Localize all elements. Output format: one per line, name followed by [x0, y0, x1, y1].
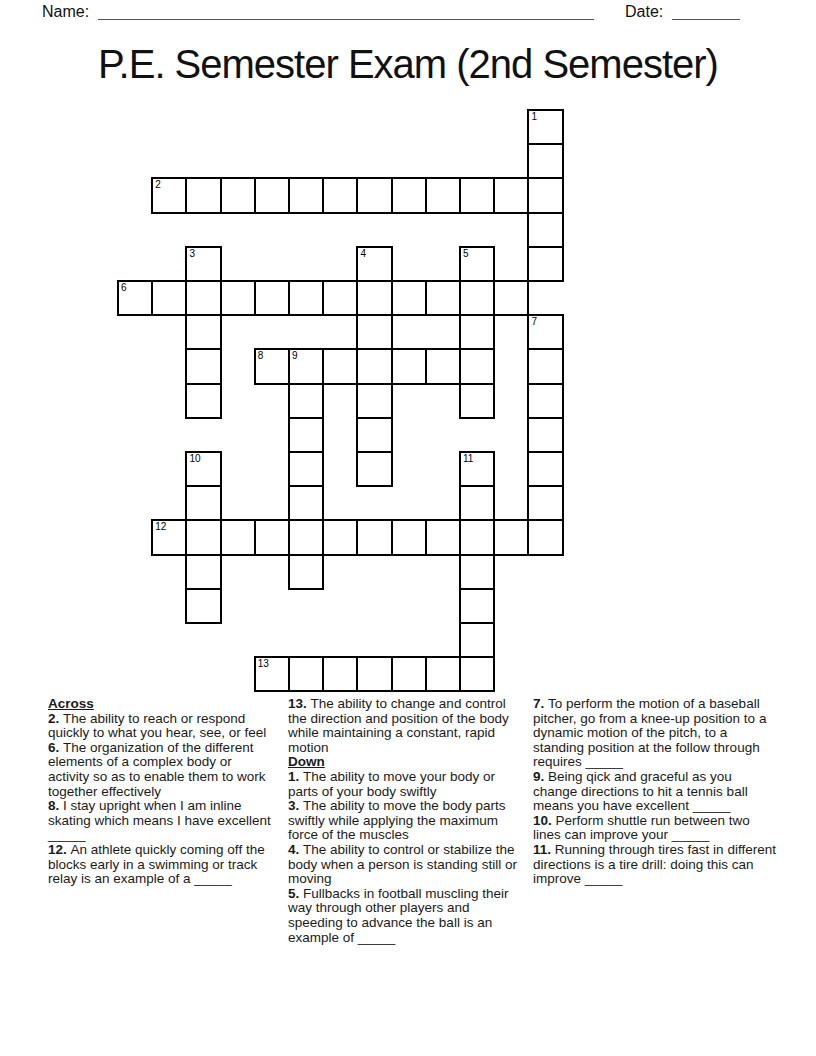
- grid-cell-r12c12[interactable]: [527, 519, 563, 555]
- clue-number-2: 2: [155, 179, 161, 190]
- grid-cell-r7c4[interactable]: 8: [254, 348, 290, 384]
- grid-cell-r2c2[interactable]: [185, 177, 221, 213]
- grid-cell-r5c1[interactable]: [151, 280, 187, 316]
- grid-cell-r6c10[interactable]: [459, 314, 495, 350]
- grid-cell-r8c5[interactable]: [288, 383, 324, 419]
- grid-cell-r2c1[interactable]: 2: [151, 177, 187, 213]
- clue-10: 10. Perform shuttle run between two line…: [533, 814, 776, 843]
- clue-4: 4. The ability to control or stabilize t…: [288, 843, 528, 887]
- clue-number-3: 3: [189, 248, 195, 259]
- clues-column-middle: 13. The ability to change and control th…: [288, 697, 528, 945]
- grid-cell-r12c2[interactable]: [185, 519, 221, 555]
- grid-cell-r9c12[interactable]: [527, 417, 563, 453]
- grid-cell-r11c5[interactable]: [288, 485, 324, 521]
- grid-cell-r7c6[interactable]: [322, 348, 358, 384]
- clue-number-10: 10: [189, 453, 200, 464]
- clue-number-1: 1: [531, 111, 537, 122]
- grid-cell-r5c2[interactable]: [185, 280, 221, 316]
- clue-number-label: 5.: [288, 886, 303, 901]
- grid-cell-r14c2[interactable]: [185, 588, 221, 624]
- grid-cell-r4c12[interactable]: [527, 246, 563, 282]
- grid-cell-r5c0[interactable]: 6: [117, 280, 153, 316]
- clue-number-label: 6.: [48, 740, 63, 755]
- grid-cell-r2c7[interactable]: [356, 177, 392, 213]
- clue-number-11: 11: [463, 453, 473, 464]
- grid-cell-r0c12[interactable]: 1: [527, 109, 563, 145]
- clue-12: 12. An athlete quickly coming off the bl…: [48, 843, 276, 887]
- grid-cell-r5c5[interactable]: [288, 280, 324, 316]
- clue-6: 6. The organization of the different ele…: [48, 741, 276, 799]
- grid-cell-r9c5[interactable]: [288, 417, 324, 453]
- clue-number-label: 1.: [288, 769, 303, 784]
- name-fill-line[interactable]: [98, 19, 594, 20]
- grid-cell-r6c7[interactable]: [356, 314, 392, 350]
- clue-number-label: 10.: [533, 813, 556, 828]
- grid-cell-r1c12[interactable]: [527, 143, 563, 179]
- grid-cell-r16c5[interactable]: [288, 656, 324, 692]
- clue-number-6: 6: [121, 282, 127, 293]
- grid-cell-r2c6[interactable]: [322, 177, 358, 213]
- grid-cell-r8c2[interactable]: [185, 383, 221, 419]
- grid-cell-r10c7[interactable]: [356, 451, 392, 487]
- grid-cell-r2c10[interactable]: [459, 177, 495, 213]
- grid-cell-r7c8[interactable]: [391, 348, 427, 384]
- grid-cell-r5c7[interactable]: [356, 280, 392, 316]
- clue-3: 3. The ability to move the body parts sw…: [288, 799, 528, 843]
- clue-9: 9. Being qick and graceful as you change…: [533, 770, 776, 814]
- down-clue-list-continued: 7. To perform the motion of a baseball p…: [533, 697, 776, 887]
- across-clue-list: 2. The ability to reach or respond quick…: [48, 712, 276, 887]
- grid-cell-r9c7[interactable]: [356, 417, 392, 453]
- grid-cell-r13c10[interactable]: [459, 554, 495, 590]
- grid-cell-r6c12[interactable]: 7: [527, 314, 563, 350]
- grid-cell-r5c10[interactable]: [459, 280, 495, 316]
- clue-8: 8. I stay upright when I am inline skati…: [48, 799, 276, 843]
- grid-cell-r8c10[interactable]: [459, 383, 495, 419]
- grid-cell-r15c10[interactable]: [459, 622, 495, 658]
- grid-cell-r7c12[interactable]: [527, 348, 563, 384]
- grid-cell-r8c7[interactable]: [356, 383, 392, 419]
- grid-cell-r5c4[interactable]: [254, 280, 290, 316]
- date-fill-line[interactable]: [672, 19, 740, 20]
- grid-cell-r12c8[interactable]: [391, 519, 427, 555]
- grid-cell-r4c7[interactable]: 4: [356, 246, 392, 282]
- grid-cell-r5c6[interactable]: [322, 280, 358, 316]
- down-header: Down: [288, 755, 528, 770]
- clue-number-12: 12: [155, 521, 166, 532]
- grid-cell-r4c10[interactable]: 5: [459, 246, 495, 282]
- grid-cell-r11c12[interactable]: [527, 485, 563, 521]
- grid-cell-r16c10[interactable]: [459, 656, 495, 692]
- grid-cell-r13c5[interactable]: [288, 554, 324, 590]
- grid-cell-r6c2[interactable]: [185, 314, 221, 350]
- grid-cell-r16c4[interactable]: 13: [254, 656, 290, 692]
- grid-cell-r16c6[interactable]: [322, 656, 358, 692]
- page-title: P.E. Semester Exam (2nd Semester): [0, 42, 816, 87]
- clue-number-label: 4.: [288, 842, 303, 857]
- grid-cell-r10c2[interactable]: 10: [185, 451, 221, 487]
- grid-cell-r16c8[interactable]: [391, 656, 427, 692]
- clue-number-label: 13.: [288, 696, 311, 711]
- grid-cell-r4c2[interactable]: 3: [185, 246, 221, 282]
- grid-cell-r2c4[interactable]: [254, 177, 290, 213]
- grid-cell-r2c3[interactable]: [220, 177, 256, 213]
- grid-cell-r11c2[interactable]: [185, 485, 221, 521]
- grid-cell-r12c9[interactable]: [425, 519, 461, 555]
- grid-cell-r16c7[interactable]: [356, 656, 392, 692]
- grid-cell-r7c7[interactable]: [356, 348, 392, 384]
- grid-cell-r7c10[interactable]: [459, 348, 495, 384]
- clue-11: 11. Running through tires fast in differ…: [533, 843, 776, 887]
- clue-number-13: 13: [258, 658, 269, 669]
- clue-number-label: 7.: [533, 696, 548, 711]
- grid-cell-r11c10[interactable]: [459, 485, 495, 521]
- down-clue-list: 1. The ability to move your body or part…: [288, 770, 528, 945]
- grid-cell-r10c12[interactable]: [527, 451, 563, 487]
- grid-cell-r8c12[interactable]: [527, 383, 563, 419]
- grid-cell-r10c5[interactable]: [288, 451, 324, 487]
- clue-number-4: 4: [360, 248, 366, 259]
- grid-cell-r12c3[interactable]: [220, 519, 256, 555]
- clue-number-label: 3.: [288, 798, 303, 813]
- grid-cell-r12c7[interactable]: [356, 519, 392, 555]
- grid-cell-r12c10[interactable]: [459, 519, 495, 555]
- clue-number-label: 12.: [48, 842, 71, 857]
- clue-13: 13. The ability to change and control th…: [288, 697, 528, 755]
- grid-cell-r14c10[interactable]: [459, 588, 495, 624]
- grid-cell-r13c2[interactable]: [185, 554, 221, 590]
- grid-cell-r7c2[interactable]: [185, 348, 221, 384]
- clue-number-7: 7: [531, 316, 537, 327]
- grid-cell-r2c9[interactable]: [425, 177, 461, 213]
- grid-cell-r2c12[interactable]: [527, 177, 563, 213]
- clue-number-label: 8.: [48, 798, 63, 813]
- grid-cell-r10c10[interactable]: 11: [459, 451, 495, 487]
- clue-5: 5. Fullbacks in football muscling their …: [288, 887, 528, 945]
- grid-cell-r5c3[interactable]: [220, 280, 256, 316]
- clue-1: 1. The ability to move your body or part…: [288, 770, 528, 799]
- clue-number-label: 9.: [533, 769, 548, 784]
- crossword-grid: 12345678910111213: [118, 110, 563, 692]
- clue-number-label: 2.: [48, 711, 63, 726]
- clues-column-down: 7. To perform the motion of a baseball p…: [533, 697, 776, 887]
- clue-number-5: 5: [463, 248, 469, 259]
- across-header: Across: [48, 697, 276, 712]
- grid-cell-r5c9[interactable]: [425, 280, 461, 316]
- grid-cell-r16c9[interactable]: [425, 656, 461, 692]
- clue-2: 2. The ability to reach or respond quick…: [48, 712, 276, 741]
- date-label: Date:: [625, 3, 663, 21]
- grid-cell-r12c4[interactable]: [254, 519, 290, 555]
- clue-7: 7. To perform the motion of a baseball p…: [533, 697, 776, 770]
- grid-cell-r7c5[interactable]: 9: [288, 348, 324, 384]
- grid-cell-r2c8[interactable]: [391, 177, 427, 213]
- grid-cell-r3c12[interactable]: [527, 212, 563, 248]
- grid-cell-r7c9[interactable]: [425, 348, 461, 384]
- clue-number-8: 8: [258, 350, 264, 361]
- grid-cell-r12c6[interactable]: [322, 519, 358, 555]
- clues-column-across: Across 2. The ability to reach or respon…: [48, 697, 276, 887]
- grid-cell-r5c11[interactable]: [493, 280, 529, 316]
- clue-number-9: 9: [292, 350, 298, 361]
- grid-cell-r5c8[interactable]: [391, 280, 427, 316]
- across-clue-list-continued: 13. The ability to change and control th…: [288, 697, 528, 755]
- clue-number-label: 11.: [533, 842, 555, 857]
- grid-cell-r12c1[interactable]: 12: [151, 519, 187, 555]
- grid-cell-r2c5[interactable]: [288, 177, 324, 213]
- grid-cell-r12c5[interactable]: [288, 519, 324, 555]
- grid-cell-r12c11[interactable]: [493, 519, 529, 555]
- name-label: Name:: [42, 3, 89, 21]
- grid-cell-r2c11[interactable]: [493, 177, 529, 213]
